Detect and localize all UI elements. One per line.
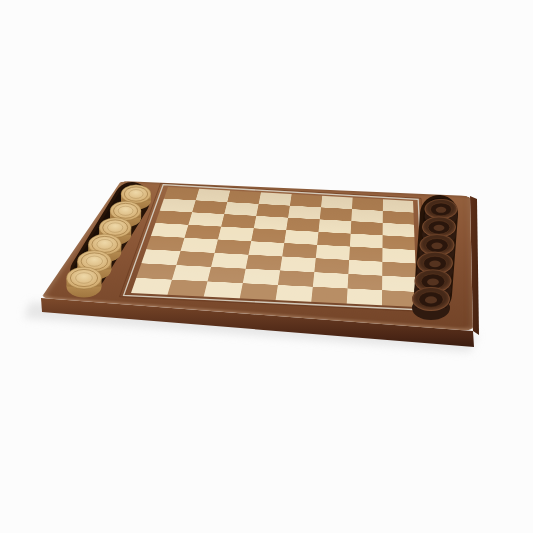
light-piece-6[interactable] xyxy=(67,267,102,298)
dark-piece-6[interactable] xyxy=(412,287,450,320)
inlay-silver-line xyxy=(124,185,424,310)
trays-and-pieces-overlay xyxy=(0,0,533,533)
inlay-outer-line xyxy=(120,183,427,311)
product-photo-scene xyxy=(0,0,533,533)
